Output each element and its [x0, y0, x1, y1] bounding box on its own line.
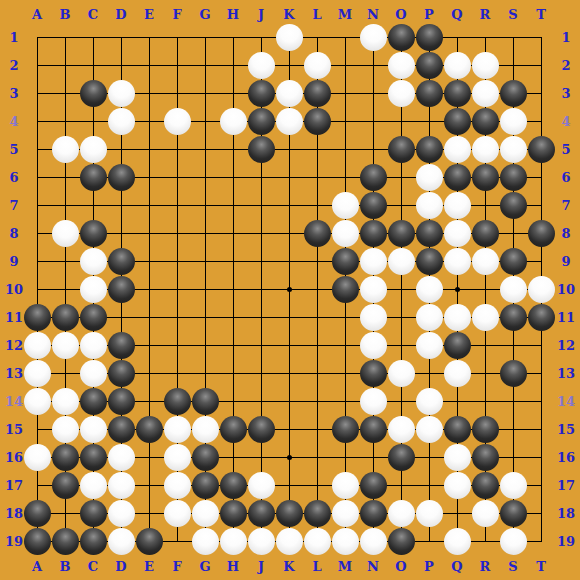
intersection-O9[interactable]: ○	[387, 247, 415, 275]
intersection-B6[interactable]	[51, 163, 79, 191]
intersection-B15[interactable]: ○	[51, 415, 79, 443]
intersection-A8[interactable]	[23, 219, 51, 247]
intersection-L11[interactable]	[303, 303, 331, 331]
intersection-J7[interactable]	[247, 191, 275, 219]
intersection-T5[interactable]: ●	[527, 135, 555, 163]
intersection-H11[interactable]	[219, 303, 247, 331]
intersection-E10[interactable]	[135, 275, 163, 303]
intersection-E3[interactable]	[135, 79, 163, 107]
intersection-A9[interactable]	[23, 247, 51, 275]
intersection-H16[interactable]	[219, 443, 247, 471]
intersection-B11[interactable]: ●	[51, 303, 79, 331]
intersection-G15[interactable]: ○	[191, 415, 219, 443]
intersection-H6[interactable]	[219, 163, 247, 191]
intersection-S19[interactable]: ○	[499, 527, 527, 555]
intersection-H14[interactable]	[219, 387, 247, 415]
intersection-H1[interactable]	[219, 23, 247, 51]
intersection-O10[interactable]	[387, 275, 415, 303]
intersection-C4[interactable]	[79, 107, 107, 135]
intersection-Q4[interactable]: ●	[443, 107, 471, 135]
intersection-M16[interactable]	[331, 443, 359, 471]
intersection-Q16[interactable]: ○	[443, 443, 471, 471]
intersection-J8[interactable]	[247, 219, 275, 247]
intersection-E18[interactable]	[135, 499, 163, 527]
intersection-F3[interactable]	[163, 79, 191, 107]
intersection-N8[interactable]: ●	[359, 219, 387, 247]
intersection-D2[interactable]	[107, 51, 135, 79]
intersection-E4[interactable]	[135, 107, 163, 135]
intersection-J17[interactable]: ○	[247, 471, 275, 499]
intersection-J19[interactable]: ○	[247, 527, 275, 555]
intersection-D15[interactable]: ●	[107, 415, 135, 443]
intersection-H18[interactable]: ●	[219, 499, 247, 527]
intersection-T17[interactable]	[527, 471, 555, 499]
intersection-Q11[interactable]: ○	[443, 303, 471, 331]
intersection-A16[interactable]: ○	[23, 443, 51, 471]
intersection-S3[interactable]: ●	[499, 79, 527, 107]
intersection-D8[interactable]	[107, 219, 135, 247]
intersection-N18[interactable]: ●	[359, 499, 387, 527]
intersection-H8[interactable]	[219, 219, 247, 247]
intersection-J15[interactable]: ●	[247, 415, 275, 443]
intersection-J3[interactable]: ●	[247, 79, 275, 107]
intersection-R12[interactable]	[471, 331, 499, 359]
intersection-B14[interactable]: ○	[51, 387, 79, 415]
intersection-P9[interactable]: ●	[415, 247, 443, 275]
intersection-K16[interactable]	[275, 443, 303, 471]
intersection-T7[interactable]	[527, 191, 555, 219]
intersection-K2[interactable]	[275, 51, 303, 79]
intersection-C5[interactable]: ○	[79, 135, 107, 163]
intersection-Q14[interactable]	[443, 387, 471, 415]
intersection-S14[interactable]	[499, 387, 527, 415]
intersection-R14[interactable]	[471, 387, 499, 415]
intersection-G17[interactable]: ●	[191, 471, 219, 499]
intersection-P15[interactable]: ○	[415, 415, 443, 443]
intersection-R11[interactable]: ○	[471, 303, 499, 331]
intersection-J5[interactable]: ●	[247, 135, 275, 163]
intersection-E5[interactable]	[135, 135, 163, 163]
intersection-F6[interactable]	[163, 163, 191, 191]
intersection-O12[interactable]	[387, 331, 415, 359]
intersection-T18[interactable]	[527, 499, 555, 527]
intersection-K19[interactable]: ○	[275, 527, 303, 555]
intersection-O16[interactable]: ●	[387, 443, 415, 471]
intersection-J2[interactable]: ○	[247, 51, 275, 79]
intersection-A17[interactable]	[23, 471, 51, 499]
intersection-G7[interactable]	[191, 191, 219, 219]
intersection-S15[interactable]	[499, 415, 527, 443]
intersection-H4[interactable]: ○	[219, 107, 247, 135]
intersection-G12[interactable]	[191, 331, 219, 359]
intersection-T11[interactable]: ●	[527, 303, 555, 331]
intersection-R3[interactable]: ○	[471, 79, 499, 107]
intersection-E2[interactable]	[135, 51, 163, 79]
intersection-R2[interactable]: ○	[471, 51, 499, 79]
intersection-G11[interactable]	[191, 303, 219, 331]
intersection-C13[interactable]: ○	[79, 359, 107, 387]
intersection-D3[interactable]: ○	[107, 79, 135, 107]
intersection-P11[interactable]: ○	[415, 303, 443, 331]
intersection-E13[interactable]	[135, 359, 163, 387]
intersection-B4[interactable]	[51, 107, 79, 135]
intersection-A3[interactable]	[23, 79, 51, 107]
intersection-C2[interactable]	[79, 51, 107, 79]
intersection-E16[interactable]	[135, 443, 163, 471]
intersection-E15[interactable]: ●	[135, 415, 163, 443]
intersection-S8[interactable]	[499, 219, 527, 247]
intersection-C3[interactable]: ●	[79, 79, 107, 107]
intersection-J18[interactable]: ●	[247, 499, 275, 527]
intersection-P16[interactable]	[415, 443, 443, 471]
intersection-S18[interactable]: ●	[499, 499, 527, 527]
intersection-B18[interactable]	[51, 499, 79, 527]
intersection-T12[interactable]	[527, 331, 555, 359]
intersection-N12[interactable]: ○	[359, 331, 387, 359]
intersection-D7[interactable]	[107, 191, 135, 219]
intersection-P8[interactable]: ●	[415, 219, 443, 247]
intersection-L13[interactable]	[303, 359, 331, 387]
intersection-D12[interactable]: ●	[107, 331, 135, 359]
intersection-G8[interactable]	[191, 219, 219, 247]
intersection-A5[interactable]	[23, 135, 51, 163]
intersection-P6[interactable]: ○	[415, 163, 443, 191]
intersection-Q8[interactable]: ○	[443, 219, 471, 247]
intersection-N7[interactable]: ●	[359, 191, 387, 219]
intersection-S4[interactable]: ○	[499, 107, 527, 135]
intersection-L2[interactable]: ○	[303, 51, 331, 79]
intersection-N13[interactable]: ●	[359, 359, 387, 387]
intersection-T9[interactable]	[527, 247, 555, 275]
intersection-S6[interactable]: ●	[499, 163, 527, 191]
intersection-N3[interactable]	[359, 79, 387, 107]
intersection-F17[interactable]: ○	[163, 471, 191, 499]
intersection-D6[interactable]: ●	[107, 163, 135, 191]
intersection-Q15[interactable]: ●	[443, 415, 471, 443]
intersection-A7[interactable]	[23, 191, 51, 219]
intersection-K18[interactable]: ●	[275, 499, 303, 527]
intersection-H5[interactable]	[219, 135, 247, 163]
intersection-S7[interactable]: ●	[499, 191, 527, 219]
intersection-E14[interactable]	[135, 387, 163, 415]
intersection-S9[interactable]: ●	[499, 247, 527, 275]
intersection-N1[interactable]: ○	[359, 23, 387, 51]
intersection-C6[interactable]: ●	[79, 163, 107, 191]
intersection-Q2[interactable]: ○	[443, 51, 471, 79]
intersection-A13[interactable]: ○	[23, 359, 51, 387]
intersection-G1[interactable]	[191, 23, 219, 51]
intersection-M19[interactable]: ○	[331, 527, 359, 555]
intersection-D19[interactable]: ○	[107, 527, 135, 555]
intersection-M5[interactable]	[331, 135, 359, 163]
intersection-S12[interactable]	[499, 331, 527, 359]
intersection-R13[interactable]	[471, 359, 499, 387]
intersection-T3[interactable]	[527, 79, 555, 107]
intersection-R4[interactable]: ●	[471, 107, 499, 135]
intersection-A4[interactable]	[23, 107, 51, 135]
intersection-T15[interactable]	[527, 415, 555, 443]
intersection-Q18[interactable]	[443, 499, 471, 527]
intersection-P3[interactable]: ●	[415, 79, 443, 107]
intersection-R8[interactable]: ●	[471, 219, 499, 247]
intersection-M4[interactable]	[331, 107, 359, 135]
intersection-F14[interactable]: ●	[163, 387, 191, 415]
intersection-K9[interactable]	[275, 247, 303, 275]
intersection-Q19[interactable]: ○	[443, 527, 471, 555]
intersection-F10[interactable]	[163, 275, 191, 303]
intersection-P5[interactable]: ●	[415, 135, 443, 163]
intersection-A12[interactable]: ○	[23, 331, 51, 359]
intersection-P7[interactable]: ○	[415, 191, 443, 219]
intersection-L15[interactable]	[303, 415, 331, 443]
intersection-Q10[interactable]	[443, 275, 471, 303]
intersection-O1[interactable]: ●	[387, 23, 415, 51]
intersection-M8[interactable]: ○	[331, 219, 359, 247]
intersection-D9[interactable]: ●	[107, 247, 135, 275]
intersection-B2[interactable]	[51, 51, 79, 79]
intersection-S2[interactable]	[499, 51, 527, 79]
intersection-B19[interactable]: ●	[51, 527, 79, 555]
intersection-F15[interactable]: ○	[163, 415, 191, 443]
intersection-Q12[interactable]: ●	[443, 331, 471, 359]
intersection-T13[interactable]	[527, 359, 555, 387]
intersection-O11[interactable]	[387, 303, 415, 331]
intersection-R1[interactable]	[471, 23, 499, 51]
intersection-F4[interactable]: ○	[163, 107, 191, 135]
intersection-G13[interactable]	[191, 359, 219, 387]
intersection-A2[interactable]	[23, 51, 51, 79]
intersection-A10[interactable]	[23, 275, 51, 303]
intersection-G14[interactable]: ●	[191, 387, 219, 415]
intersection-G10[interactable]	[191, 275, 219, 303]
intersection-A11[interactable]: ●	[23, 303, 51, 331]
intersection-G5[interactable]	[191, 135, 219, 163]
intersection-G9[interactable]	[191, 247, 219, 275]
intersection-K17[interactable]	[275, 471, 303, 499]
intersection-G16[interactable]: ●	[191, 443, 219, 471]
intersection-J11[interactable]	[247, 303, 275, 331]
intersection-B17[interactable]: ●	[51, 471, 79, 499]
intersection-J10[interactable]	[247, 275, 275, 303]
intersection-D1[interactable]	[107, 23, 135, 51]
intersection-O5[interactable]: ●	[387, 135, 415, 163]
intersection-C19[interactable]: ●	[79, 527, 107, 555]
intersection-R16[interactable]: ●	[471, 443, 499, 471]
intersection-D18[interactable]: ○	[107, 499, 135, 527]
intersection-J14[interactable]	[247, 387, 275, 415]
intersection-F19[interactable]	[163, 527, 191, 555]
intersection-P18[interactable]: ○	[415, 499, 443, 527]
intersection-C12[interactable]: ○	[79, 331, 107, 359]
intersection-M1[interactable]	[331, 23, 359, 51]
intersection-Q17[interactable]: ○	[443, 471, 471, 499]
intersection-F11[interactable]	[163, 303, 191, 331]
intersection-B16[interactable]: ●	[51, 443, 79, 471]
intersection-R10[interactable]	[471, 275, 499, 303]
intersection-C9[interactable]: ○	[79, 247, 107, 275]
intersection-D4[interactable]: ○	[107, 107, 135, 135]
intersection-T4[interactable]	[527, 107, 555, 135]
intersection-G18[interactable]: ○	[191, 499, 219, 527]
intersection-T14[interactable]	[527, 387, 555, 415]
intersection-O19[interactable]: ●	[387, 527, 415, 555]
intersection-C1[interactable]	[79, 23, 107, 51]
intersection-H12[interactable]	[219, 331, 247, 359]
intersection-H3[interactable]	[219, 79, 247, 107]
intersection-K6[interactable]	[275, 163, 303, 191]
intersection-D13[interactable]: ●	[107, 359, 135, 387]
intersection-L4[interactable]: ●	[303, 107, 331, 135]
intersection-M10[interactable]: ●	[331, 275, 359, 303]
intersection-M13[interactable]	[331, 359, 359, 387]
intersection-E11[interactable]	[135, 303, 163, 331]
intersection-B7[interactable]	[51, 191, 79, 219]
intersection-N2[interactable]	[359, 51, 387, 79]
intersection-L6[interactable]	[303, 163, 331, 191]
intersection-O13[interactable]: ○	[387, 359, 415, 387]
intersection-N19[interactable]: ○	[359, 527, 387, 555]
intersection-N6[interactable]: ●	[359, 163, 387, 191]
intersection-R18[interactable]: ○	[471, 499, 499, 527]
intersection-N16[interactable]	[359, 443, 387, 471]
intersection-A19[interactable]: ●	[23, 527, 51, 555]
intersection-L9[interactable]	[303, 247, 331, 275]
intersection-A18[interactable]: ●	[23, 499, 51, 527]
intersection-N4[interactable]	[359, 107, 387, 135]
intersection-P14[interactable]: ○	[415, 387, 443, 415]
intersection-R15[interactable]: ●	[471, 415, 499, 443]
intersection-Q1[interactable]	[443, 23, 471, 51]
intersection-B8[interactable]: ○	[51, 219, 79, 247]
intersection-O14[interactable]	[387, 387, 415, 415]
intersection-O8[interactable]: ●	[387, 219, 415, 247]
intersection-R17[interactable]: ●	[471, 471, 499, 499]
intersection-F9[interactable]	[163, 247, 191, 275]
intersection-F8[interactable]	[163, 219, 191, 247]
intersection-O3[interactable]: ○	[387, 79, 415, 107]
intersection-T2[interactable]	[527, 51, 555, 79]
intersection-M3[interactable]	[331, 79, 359, 107]
intersection-T1[interactable]	[527, 23, 555, 51]
intersection-Q7[interactable]: ○	[443, 191, 471, 219]
intersection-J6[interactable]	[247, 163, 275, 191]
intersection-O6[interactable]	[387, 163, 415, 191]
intersection-S13[interactable]: ●	[499, 359, 527, 387]
intersection-T16[interactable]	[527, 443, 555, 471]
intersection-K10[interactable]	[275, 275, 303, 303]
intersection-D11[interactable]	[107, 303, 135, 331]
intersection-J9[interactable]	[247, 247, 275, 275]
intersection-O7[interactable]	[387, 191, 415, 219]
intersection-P17[interactable]	[415, 471, 443, 499]
intersection-O17[interactable]	[387, 471, 415, 499]
intersection-E19[interactable]: ●	[135, 527, 163, 555]
intersection-O2[interactable]: ○	[387, 51, 415, 79]
intersection-L17[interactable]	[303, 471, 331, 499]
intersection-Q5[interactable]: ○	[443, 135, 471, 163]
intersection-G4[interactable]	[191, 107, 219, 135]
intersection-F16[interactable]: ○	[163, 443, 191, 471]
intersection-T10[interactable]: ○	[527, 275, 555, 303]
intersection-B9[interactable]	[51, 247, 79, 275]
intersection-L14[interactable]	[303, 387, 331, 415]
intersection-M9[interactable]: ●	[331, 247, 359, 275]
intersection-P10[interactable]: ○	[415, 275, 443, 303]
intersection-F13[interactable]	[163, 359, 191, 387]
intersection-C14[interactable]: ●	[79, 387, 107, 415]
intersection-G6[interactable]	[191, 163, 219, 191]
intersection-S5[interactable]: ○	[499, 135, 527, 163]
intersection-N17[interactable]: ●	[359, 471, 387, 499]
intersection-S16[interactable]	[499, 443, 527, 471]
intersection-C17[interactable]: ○	[79, 471, 107, 499]
intersection-J13[interactable]	[247, 359, 275, 387]
intersection-J1[interactable]	[247, 23, 275, 51]
intersection-M14[interactable]	[331, 387, 359, 415]
intersection-O18[interactable]: ○	[387, 499, 415, 527]
intersection-Q6[interactable]: ●	[443, 163, 471, 191]
intersection-D10[interactable]: ●	[107, 275, 135, 303]
intersection-F7[interactable]	[163, 191, 191, 219]
intersection-K15[interactable]	[275, 415, 303, 443]
intersection-K1[interactable]: ○	[275, 23, 303, 51]
intersection-D16[interactable]: ○	[107, 443, 135, 471]
intersection-K13[interactable]	[275, 359, 303, 387]
intersection-B12[interactable]: ○	[51, 331, 79, 359]
intersection-P1[interactable]: ●	[415, 23, 443, 51]
intersection-E8[interactable]	[135, 219, 163, 247]
intersection-T19[interactable]	[527, 527, 555, 555]
intersection-N11[interactable]: ○	[359, 303, 387, 331]
intersection-L19[interactable]: ○	[303, 527, 331, 555]
intersection-D5[interactable]	[107, 135, 135, 163]
intersection-K4[interactable]: ○	[275, 107, 303, 135]
intersection-A6[interactable]	[23, 163, 51, 191]
intersection-M12[interactable]	[331, 331, 359, 359]
intersection-E6[interactable]	[135, 163, 163, 191]
intersection-R19[interactable]	[471, 527, 499, 555]
intersection-T8[interactable]: ●	[527, 219, 555, 247]
intersection-O4[interactable]	[387, 107, 415, 135]
intersection-D14[interactable]: ●	[107, 387, 135, 415]
intersection-E9[interactable]	[135, 247, 163, 275]
intersection-N5[interactable]	[359, 135, 387, 163]
intersection-F2[interactable]	[163, 51, 191, 79]
intersection-N15[interactable]: ●	[359, 415, 387, 443]
intersection-R7[interactable]	[471, 191, 499, 219]
intersection-K14[interactable]	[275, 387, 303, 415]
intersection-S17[interactable]: ○	[499, 471, 527, 499]
intersection-A15[interactable]	[23, 415, 51, 443]
intersection-H15[interactable]: ●	[219, 415, 247, 443]
intersection-B13[interactable]	[51, 359, 79, 387]
intersection-M17[interactable]: ○	[331, 471, 359, 499]
intersection-J12[interactable]	[247, 331, 275, 359]
intersection-C10[interactable]: ○	[79, 275, 107, 303]
intersection-R6[interactable]: ●	[471, 163, 499, 191]
intersection-F1[interactable]	[163, 23, 191, 51]
intersection-G19[interactable]: ○	[191, 527, 219, 555]
intersection-L18[interactable]: ●	[303, 499, 331, 527]
intersection-Q13[interactable]: ○	[443, 359, 471, 387]
intersection-Q9[interactable]: ○	[443, 247, 471, 275]
intersection-H10[interactable]	[219, 275, 247, 303]
intersection-C15[interactable]: ○	[79, 415, 107, 443]
intersection-M15[interactable]: ●	[331, 415, 359, 443]
intersection-H13[interactable]	[219, 359, 247, 387]
intersection-K7[interactable]	[275, 191, 303, 219]
intersection-S1[interactable]	[499, 23, 527, 51]
